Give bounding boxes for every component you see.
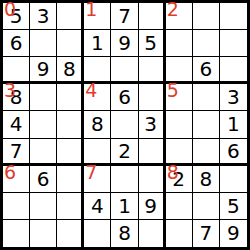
cell-r3c0[interactable]: 83 (3, 84, 30, 111)
box-index-label: 2 (167, 0, 179, 19)
given-digit: 8 (199, 169, 212, 189)
cell-r1c8[interactable] (220, 30, 247, 57)
cell-r0c5[interactable] (139, 3, 166, 30)
cell-r3c1[interactable] (30, 84, 57, 111)
cell-r8c0[interactable] (3, 220, 30, 247)
cell-r4c0[interactable]: 4 (3, 111, 30, 138)
cell-r4c5[interactable]: 3 (139, 111, 166, 138)
cell-r7c2[interactable] (57, 193, 84, 220)
cell-r5c8[interactable]: 6 (220, 139, 247, 166)
given-digit: 6 (227, 141, 240, 161)
given-digit: 6 (118, 87, 131, 107)
cell-r3c4[interactable]: 6 (111, 84, 138, 111)
given-digit: 8 (118, 223, 131, 243)
cell-r0c6[interactable]: 2 (166, 3, 193, 30)
cell-r7c4[interactable]: 1 (111, 193, 138, 220)
cell-r1c1[interactable] (30, 30, 57, 57)
given-digit: 9 (37, 59, 50, 79)
cell-r8c1[interactable] (30, 220, 57, 247)
cell-r7c8[interactable]: 5 (220, 193, 247, 220)
given-digit: 4 (10, 114, 23, 134)
cell-r1c0[interactable]: 6 (3, 30, 30, 57)
cell-r4c2[interactable] (57, 111, 84, 138)
cell-r3c2[interactable] (57, 84, 84, 111)
cell-r4c6[interactable] (166, 111, 193, 138)
cell-r1c7[interactable] (193, 30, 220, 57)
cell-r3c5[interactable] (139, 84, 166, 111)
cell-r1c3[interactable]: 1 (84, 30, 111, 57)
cell-r4c3[interactable]: 8 (84, 111, 111, 138)
cell-r6c7[interactable]: 8 (193, 166, 220, 193)
cell-r2c8[interactable] (220, 57, 247, 84)
cell-r3c6[interactable]: 5 (166, 84, 193, 111)
given-digit: 3 (37, 6, 50, 26)
given-digit: 1 (227, 114, 240, 134)
cell-r8c7[interactable]: 7 (193, 220, 220, 247)
given-digit: 6 (10, 33, 23, 53)
given-digit: 9 (144, 196, 157, 216)
box-index-label: 8 (167, 163, 179, 182)
cell-r1c2[interactable] (57, 30, 84, 57)
cell-r1c6[interactable] (166, 30, 193, 57)
cell-r6c4[interactable] (111, 166, 138, 193)
cell-r6c2[interactable] (57, 166, 84, 193)
given-digit: 8 (91, 114, 104, 134)
given-digit: 7 (118, 6, 131, 26)
cell-r8c4[interactable]: 8 (111, 220, 138, 247)
box-index-label: 0 (4, 0, 16, 19)
given-digit: 3 (144, 114, 157, 134)
given-digit: 5 (227, 196, 240, 216)
cell-r0c0[interactable]: 50 (3, 3, 30, 30)
cell-r5c1[interactable] (30, 139, 57, 166)
cell-r8c3[interactable] (84, 220, 111, 247)
cell-r6c8[interactable] (220, 166, 247, 193)
cell-r6c6[interactable]: 28 (166, 166, 193, 193)
cell-r1c4[interactable]: 9 (111, 30, 138, 57)
given-digit: 8 (63, 59, 76, 79)
cell-r6c1[interactable]: 6 (30, 166, 57, 193)
given-digit: 1 (118, 196, 131, 216)
cell-r2c1[interactable]: 9 (30, 57, 57, 84)
cell-r3c3[interactable]: 4 (84, 84, 111, 111)
given-digit: 5 (144, 33, 157, 53)
given-digit: 3 (227, 87, 240, 107)
cell-r7c0[interactable] (3, 193, 30, 220)
given-digit: 6 (199, 59, 212, 79)
cell-r7c1[interactable] (30, 193, 57, 220)
box-index-label: 3 (4, 81, 16, 100)
cell-r5c4[interactable]: 2 (111, 139, 138, 166)
given-digit: 7 (199, 223, 212, 243)
given-digit: 4 (91, 196, 104, 216)
cell-r0c4[interactable]: 7 (111, 3, 138, 30)
cell-r4c4[interactable] (111, 111, 138, 138)
cell-r7c7[interactable] (193, 193, 220, 220)
box-index-label: 6 (4, 163, 16, 182)
cell-r7c5[interactable]: 9 (139, 193, 166, 220)
cell-r3c8[interactable]: 3 (220, 84, 247, 111)
cell-r4c1[interactable] (30, 111, 57, 138)
cell-r1c5[interactable]: 5 (139, 30, 166, 57)
box-index-label: 4 (85, 81, 97, 100)
cell-r8c6[interactable] (166, 220, 193, 247)
given-digit: 9 (118, 33, 131, 53)
cell-r2c2[interactable]: 8 (57, 57, 84, 84)
cell-r6c0[interactable]: 6 (3, 166, 30, 193)
cell-r5c2[interactable] (57, 139, 84, 166)
cell-r7c3[interactable]: 4 (84, 193, 111, 220)
box-index-label: 5 (167, 81, 179, 100)
cell-r4c7[interactable] (193, 111, 220, 138)
sudoku-board: 503172619598683465348317266672884195879 (0, 0, 250, 250)
given-digit: 2 (118, 141, 131, 161)
box-index-label: 7 (85, 163, 97, 182)
cell-r0c3[interactable]: 1 (84, 3, 111, 30)
given-digit: 1 (91, 33, 104, 53)
box-index-label: 1 (85, 0, 97, 19)
cell-r8c5[interactable] (139, 220, 166, 247)
cell-r2c5[interactable] (139, 57, 166, 84)
cell-r2c7[interactable]: 6 (193, 57, 220, 84)
cell-r8c2[interactable] (57, 220, 84, 247)
cell-r0c8[interactable] (220, 3, 247, 30)
cell-r0c7[interactable] (193, 3, 220, 30)
cell-r8c8[interactable]: 9 (220, 220, 247, 247)
cell-r5c7[interactable] (193, 139, 220, 166)
cell-r7c6[interactable] (166, 193, 193, 220)
cell-r6c3[interactable]: 7 (84, 166, 111, 193)
given-digit: 7 (10, 141, 23, 161)
cell-r2c4[interactable] (111, 57, 138, 84)
given-digit: 6 (37, 169, 50, 189)
cell-r4c8[interactable]: 1 (220, 111, 247, 138)
cell-r3c7[interactable] (193, 84, 220, 111)
cell-r0c2[interactable] (57, 3, 84, 30)
given-digit: 9 (227, 223, 240, 243)
cell-r0c1[interactable]: 3 (30, 3, 57, 30)
cell-r5c5[interactable] (139, 139, 166, 166)
cell-r6c5[interactable] (139, 166, 166, 193)
